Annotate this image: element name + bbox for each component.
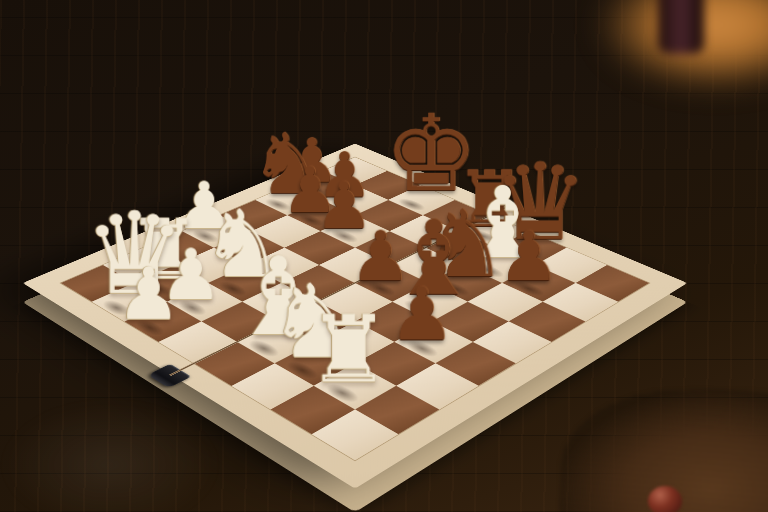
dark-pawn-g4[interactable]: ♟ xyxy=(389,278,445,351)
square-h6[interactable] xyxy=(509,302,586,342)
white-pawn-c1[interactable]: ♟ xyxy=(117,259,172,331)
white-rook-g2[interactable]: ♜ xyxy=(307,303,366,396)
photo-scene: ♚♜♛♟♟♝♟♞♟♟♞♟♝♟♟♞♜♟♝♞♜♛♟ xyxy=(0,0,768,512)
